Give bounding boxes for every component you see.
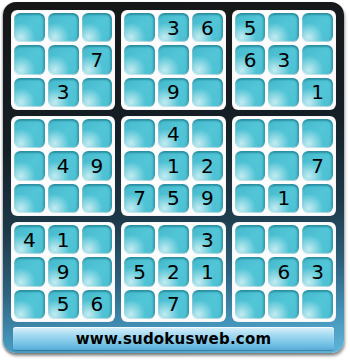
cell-r4c7[interactable] (235, 119, 266, 148)
cell-r6c3[interactable] (82, 184, 113, 213)
sudoku-board: 7336956314941275971419563521763 www.sudo… (3, 2, 344, 353)
cell-r6c4[interactable]: 7 (124, 184, 155, 213)
box-1: 73 (11, 10, 115, 110)
cell-r5c6[interactable]: 2 (192, 151, 223, 180)
cell-r5c3[interactable]: 9 (82, 151, 113, 180)
cell-r9c1[interactable] (14, 290, 45, 319)
cell-r7c8[interactable] (268, 225, 299, 254)
cell-r2c3[interactable]: 7 (82, 45, 113, 74)
box-2: 369 (121, 10, 225, 110)
site-url: www.sudokusweb.com (76, 330, 271, 348)
cell-r3c3[interactable] (82, 78, 113, 107)
cell-r4c5[interactable]: 4 (158, 119, 189, 148)
cell-r8c8[interactable]: 6 (268, 257, 299, 286)
cell-r4c3[interactable] (82, 119, 113, 148)
cell-r5c1[interactable] (14, 151, 45, 180)
cell-r1c7[interactable]: 5 (235, 13, 266, 42)
cell-r3c4[interactable] (124, 78, 155, 107)
cell-r2c6[interactable] (192, 45, 223, 74)
cell-r2c1[interactable] (14, 45, 45, 74)
cell-r4c4[interactable] (124, 119, 155, 148)
cell-r6c7[interactable] (235, 184, 266, 213)
cell-r9c9[interactable] (302, 290, 333, 319)
cell-r1c6[interactable]: 6 (192, 13, 223, 42)
cell-r3c6[interactable] (192, 78, 223, 107)
box-4: 49 (11, 116, 115, 216)
cell-r2c8[interactable]: 3 (268, 45, 299, 74)
cell-r2c5[interactable] (158, 45, 189, 74)
cell-r4c2[interactable] (48, 119, 79, 148)
cell-r1c4[interactable] (124, 13, 155, 42)
box-8: 35217 (121, 222, 225, 322)
cell-r4c1[interactable] (14, 119, 45, 148)
cell-r9c3[interactable]: 6 (82, 290, 113, 319)
cell-r8c7[interactable] (235, 257, 266, 286)
cell-r5c4[interactable] (124, 151, 155, 180)
cell-r8c1[interactable] (14, 257, 45, 286)
cell-r9c6[interactable] (192, 290, 223, 319)
box-9: 63 (232, 222, 336, 322)
cell-r1c8[interactable] (268, 13, 299, 42)
cell-r9c7[interactable] (235, 290, 266, 319)
box-3: 5631 (232, 10, 336, 110)
cell-r9c4[interactable] (124, 290, 155, 319)
cell-r2c7[interactable]: 6 (235, 45, 266, 74)
cell-r8c9[interactable]: 3 (302, 257, 333, 286)
cell-r7c5[interactable] (158, 225, 189, 254)
cell-r6c9[interactable] (302, 184, 333, 213)
cell-r6c2[interactable] (48, 184, 79, 213)
cell-r1c3[interactable] (82, 13, 113, 42)
cell-r3c2[interactable]: 3 (48, 78, 79, 107)
footer-bar: www.sudokusweb.com (13, 327, 334, 350)
cell-r4c9[interactable] (302, 119, 333, 148)
cell-r2c9[interactable] (302, 45, 333, 74)
cell-r6c8[interactable]: 1 (268, 184, 299, 213)
box-7: 41956 (11, 222, 115, 322)
box-5: 412759 (121, 116, 225, 216)
cell-r3c1[interactable] (14, 78, 45, 107)
cell-r5c5[interactable]: 1 (158, 151, 189, 180)
cell-r6c1[interactable] (14, 184, 45, 213)
cell-r7c3[interactable] (82, 225, 113, 254)
cell-r8c6[interactable]: 1 (192, 257, 223, 286)
cell-r2c4[interactable] (124, 45, 155, 74)
cell-r8c2[interactable]: 9 (48, 257, 79, 286)
cell-r1c9[interactable] (302, 13, 333, 42)
cell-r3c5[interactable]: 9 (158, 78, 189, 107)
cell-r1c5[interactable]: 3 (158, 13, 189, 42)
cell-r6c5[interactable]: 5 (158, 184, 189, 213)
cell-r5c9[interactable]: 7 (302, 151, 333, 180)
cell-r7c2[interactable]: 1 (48, 225, 79, 254)
cell-r1c1[interactable] (14, 13, 45, 42)
cell-r7c9[interactable] (302, 225, 333, 254)
cell-r6c6[interactable]: 9 (192, 184, 223, 213)
cell-r9c8[interactable] (268, 290, 299, 319)
cell-r9c5[interactable]: 7 (158, 290, 189, 319)
box-6: 71 (232, 116, 336, 216)
cell-r8c5[interactable]: 2 (158, 257, 189, 286)
cell-r7c4[interactable] (124, 225, 155, 254)
cell-r8c3[interactable] (82, 257, 113, 286)
cell-r5c2[interactable]: 4 (48, 151, 79, 180)
cell-r7c7[interactable] (235, 225, 266, 254)
cell-r3c9[interactable]: 1 (302, 78, 333, 107)
cell-r3c7[interactable] (235, 78, 266, 107)
cell-r2c2[interactable] (48, 45, 79, 74)
cell-r8c4[interactable]: 5 (124, 257, 155, 286)
cell-r5c7[interactable] (235, 151, 266, 180)
sudoku-grid: 7336956314941275971419563521763 (11, 10, 336, 322)
cell-r4c6[interactable] (192, 119, 223, 148)
cell-r4c8[interactable] (268, 119, 299, 148)
cell-r9c2[interactable]: 5 (48, 290, 79, 319)
cell-r5c8[interactable] (268, 151, 299, 180)
cell-r1c2[interactable] (48, 13, 79, 42)
cell-r7c1[interactable]: 4 (14, 225, 45, 254)
cell-r3c8[interactable] (268, 78, 299, 107)
cell-r7c6[interactable]: 3 (192, 225, 223, 254)
